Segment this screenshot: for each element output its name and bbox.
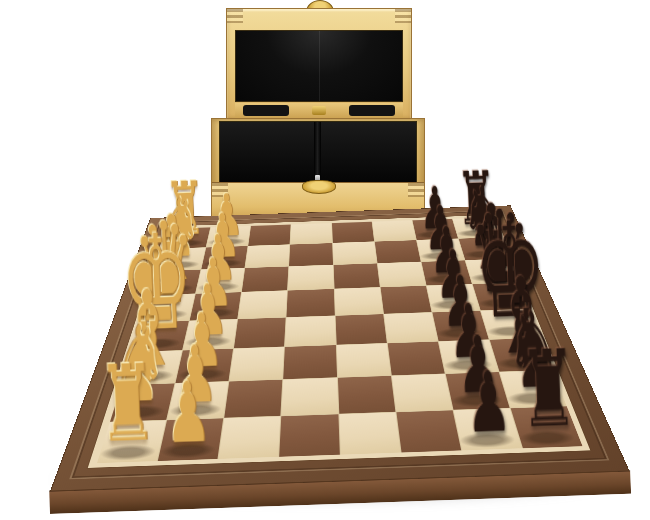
finger-joint-decoration — [227, 9, 243, 23]
white-rook-glyph: ♜ — [57, 353, 196, 458]
finger-joint-decoration — [395, 9, 411, 23]
black-rook-glyph: ♜ — [479, 338, 618, 443]
board-surface: ♜♟♟♜♞♟♟♞♝♟♟♝♛♟♟♛♚♟♟♚♝♟♟♝♞♟♟♞♜♟♟♜ — [50, 205, 630, 491]
square-h5[interactable] — [339, 412, 400, 455]
square-c5[interactable] — [333, 264, 379, 289]
square-f5[interactable] — [336, 343, 390, 377]
product-photo: ♜♟♟♜♞♟♟♞♝♟♟♝♛♟♟♛♚♟♟♚♝♟♟♝♞♟♟♞♜♟♟♜ — [0, 0, 650, 520]
square-a4[interactable] — [290, 223, 331, 244]
square-e4[interactable] — [285, 316, 335, 347]
square-g4[interactable] — [282, 378, 338, 416]
square-h4[interactable] — [280, 414, 340, 457]
lid-felt-seam — [319, 31, 320, 101]
square-c4[interactable] — [288, 265, 333, 290]
square-e5[interactable] — [335, 314, 386, 345]
chessboard: ♜♟♟♜♞♟♟♞♝♟♟♝♛♟♟♛♚♟♟♚♝♟♟♝♞♟♟♞♜♟♟♜ — [104, 85, 564, 520]
square-g5[interactable] — [337, 376, 395, 414]
square-f4[interactable] — [284, 345, 337, 379]
square-a5[interactable] — [332, 222, 374, 243]
board-front-edge — [49, 470, 631, 514]
